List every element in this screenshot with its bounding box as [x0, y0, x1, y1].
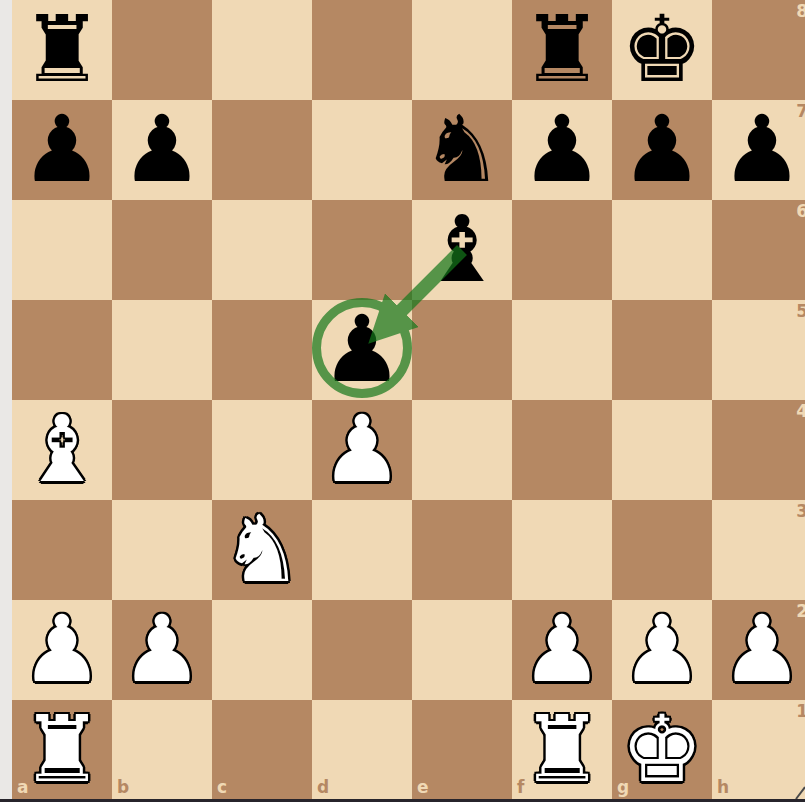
square-h3[interactable]: 3 [712, 500, 805, 600]
square-d6[interactable] [312, 200, 412, 300]
square-c8[interactable] [212, 0, 312, 100]
square-e8[interactable] [412, 0, 512, 100]
rank-label-2: 2 [796, 603, 805, 620]
square-g3[interactable] [612, 500, 712, 600]
piece-black-pawn-b7[interactable]: ♟ [121, 100, 203, 200]
square-c4[interactable] [212, 400, 312, 500]
piece-black-rook-f8[interactable]: ♜ [521, 0, 603, 100]
square-g4[interactable] [612, 400, 712, 500]
piece-black-rook-a8[interactable]: ♜ [21, 0, 103, 100]
square-d7[interactable] [312, 100, 412, 200]
square-d5[interactable]: ♟ [312, 300, 412, 400]
file-label-f: f [517, 779, 524, 796]
square-f7[interactable]: ♟ [512, 100, 612, 200]
square-h4[interactable]: 4 [712, 400, 805, 500]
square-d3[interactable] [312, 500, 412, 600]
file-label-h: h [717, 779, 729, 796]
square-c7[interactable] [212, 100, 312, 200]
piece-black-pawn-f7[interactable]: ♟ [521, 100, 603, 200]
piece-white-king-g1[interactable]: ♚ [621, 700, 703, 800]
square-f5[interactable] [512, 300, 612, 400]
square-f2[interactable]: ♟ [512, 600, 612, 700]
square-f1[interactable]: f♜ [512, 700, 612, 800]
rank-label-5: 5 [796, 303, 805, 320]
square-g2[interactable]: ♟ [612, 600, 712, 700]
square-g1[interactable]: g♚ [612, 700, 712, 800]
file-label-c: c [217, 779, 227, 796]
piece-white-rook-a1[interactable]: ♜ [21, 700, 103, 800]
rank-label-6: 6 [796, 203, 805, 220]
square-g5[interactable] [612, 300, 712, 400]
piece-black-pawn-g7[interactable]: ♟ [621, 100, 703, 200]
square-a2[interactable]: ♟ [12, 600, 112, 700]
rank-label-8: 8 [796, 3, 805, 20]
square-d2[interactable] [312, 600, 412, 700]
square-f3[interactable] [512, 500, 612, 600]
rank-label-1: 1 [796, 703, 805, 720]
square-d1[interactable]: d [312, 700, 412, 800]
piece-white-rook-f1[interactable]: ♜ [521, 700, 603, 800]
piece-white-pawn-a2[interactable]: ♟ [21, 600, 103, 700]
square-e1[interactable]: e [412, 700, 512, 800]
piece-white-pawn-f2[interactable]: ♟ [521, 600, 603, 700]
piece-black-knight-e7[interactable]: ♞ [421, 100, 503, 200]
square-c6[interactable] [212, 200, 312, 300]
square-e7[interactable]: ♞ [412, 100, 512, 200]
square-e2[interactable] [412, 600, 512, 700]
piece-white-bishop-a4[interactable]: ♝ [21, 400, 103, 500]
square-h6[interactable]: 6 [712, 200, 805, 300]
square-g8[interactable]: ♚ [612, 0, 712, 100]
square-c3[interactable]: ♞ [212, 500, 312, 600]
piece-white-pawn-b2[interactable]: ♟ [121, 600, 203, 700]
square-f4[interactable] [512, 400, 612, 500]
square-b8[interactable] [112, 0, 212, 100]
square-a3[interactable] [12, 500, 112, 600]
square-d4[interactable]: ♟ [312, 400, 412, 500]
square-h2[interactable]: 2♟ [712, 600, 805, 700]
piece-white-pawn-d4[interactable]: ♟ [321, 400, 403, 500]
chess-board[interactable]: ♜♜♚8♟♟♞♟♟7♟♝6♟5♝♟4♞3♟♟♟♟2♟a♜bcdef♜g♚h1 [12, 0, 805, 800]
square-b3[interactable] [112, 500, 212, 600]
file-label-g: g [617, 779, 629, 796]
square-a6[interactable] [12, 200, 112, 300]
square-a4[interactable]: ♝ [12, 400, 112, 500]
square-c1[interactable]: c [212, 700, 312, 800]
square-a8[interactable]: ♜ [12, 0, 112, 100]
square-a1[interactable]: a♜ [12, 700, 112, 800]
square-c2[interactable] [212, 600, 312, 700]
square-b6[interactable] [112, 200, 212, 300]
square-d8[interactable] [312, 0, 412, 100]
file-label-b: b [117, 779, 129, 796]
square-h8[interactable]: 8 [712, 0, 805, 100]
piece-white-knight-c3[interactable]: ♞ [221, 500, 303, 600]
square-e6[interactable]: ♝ [412, 200, 512, 300]
piece-black-pawn-a7[interactable]: ♟ [21, 100, 103, 200]
rank-label-3: 3 [796, 503, 805, 520]
square-g7[interactable]: ♟ [612, 100, 712, 200]
square-h1[interactable]: h1 [712, 700, 805, 800]
square-f6[interactable] [512, 200, 612, 300]
piece-black-king-g8[interactable]: ♚ [621, 0, 703, 100]
square-b7[interactable]: ♟ [112, 100, 212, 200]
square-h5[interactable]: 5 [712, 300, 805, 400]
rank-label-4: 4 [796, 403, 805, 420]
square-a7[interactable]: ♟ [12, 100, 112, 200]
square-h7[interactable]: 7♟ [712, 100, 805, 200]
square-b2[interactable]: ♟ [112, 600, 212, 700]
file-label-e: e [417, 779, 429, 796]
square-g6[interactable] [612, 200, 712, 300]
file-label-a: a [17, 779, 28, 796]
square-e4[interactable] [412, 400, 512, 500]
piece-black-pawn-h7[interactable]: ♟ [721, 100, 803, 200]
square-f8[interactable]: ♜ [512, 0, 612, 100]
piece-white-pawn-g2[interactable]: ♟ [621, 600, 703, 700]
piece-black-bishop-e6[interactable]: ♝ [421, 200, 503, 300]
square-b4[interactable] [112, 400, 212, 500]
rank-label-7: 7 [796, 103, 805, 120]
square-e3[interactable] [412, 500, 512, 600]
file-label-d: d [317, 779, 329, 796]
square-b5[interactable] [112, 300, 212, 400]
piece-white-pawn-h2[interactable]: ♟ [721, 600, 803, 700]
square-a5[interactable] [12, 300, 112, 400]
square-e5[interactable] [412, 300, 512, 400]
square-c5[interactable] [212, 300, 312, 400]
piece-black-pawn-d5[interactable]: ♟ [321, 300, 403, 400]
square-b1[interactable]: b [112, 700, 212, 800]
page-background: ♜♜♚8♟♟♞♟♟7♟♝6♟5♝♟4♞3♟♟♟♟2♟a♜bcdef♜g♚h1 [0, 0, 805, 802]
